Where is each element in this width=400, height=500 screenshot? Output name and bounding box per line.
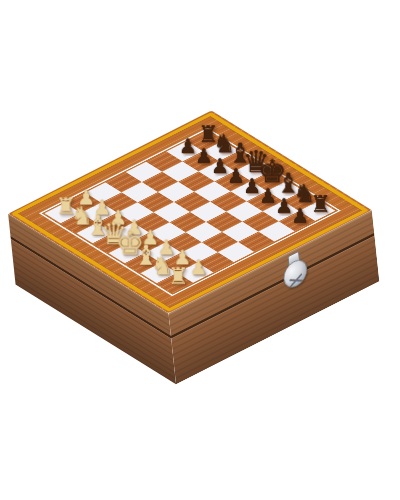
piece-black-king: ♚ (258, 155, 287, 187)
square-a7 (166, 141, 202, 161)
square-e7 (231, 181, 267, 201)
square-c4 (138, 192, 174, 212)
square-b7 (183, 151, 219, 171)
square-a6 (146, 151, 182, 171)
square-d8 (235, 161, 271, 181)
product-photo: ♜♟♞♟♝♟♛♟♚♟♟♜♝♟♟♞♞♟♟♝♜♟♟♛♟♚♟♝♟♞♟♜ (0, 0, 400, 500)
square-b8 (203, 141, 239, 161)
piece-black-knight: ♞ (213, 131, 235, 156)
square-a2 (65, 193, 101, 213)
piece-black-pawn: ♟ (259, 186, 277, 206)
piece-black-rook: ♜ (198, 123, 219, 146)
square-a3 (85, 182, 121, 202)
square-b5 (142, 172, 178, 192)
square-f8 (267, 181, 303, 201)
chess-box: ♜♟♞♟♝♟♛♟♚♟♟♜♝♟♟♞♞♟♟♝♜♟♟♛♟♚♟♝♟♞♟♜ (47, 69, 333, 355)
square-c5 (158, 182, 194, 202)
square-b3 (101, 192, 137, 212)
square-a4 (105, 172, 141, 192)
square-c8 (219, 151, 255, 171)
square-e8 (251, 171, 287, 191)
square-d6 (194, 181, 230, 201)
square-b2 (81, 203, 117, 223)
piece-black-bishop: ♝ (276, 170, 300, 197)
piece-white-pawn: ♟ (93, 198, 111, 218)
square-c7 (199, 161, 235, 181)
piece-black-pawn: ♟ (211, 156, 229, 176)
piece-white-pawn: ♟ (77, 188, 95, 208)
square-b4 (122, 182, 158, 202)
square-d5 (174, 192, 210, 212)
square-a8 (187, 131, 223, 151)
piece-black-queen: ♛ (243, 147, 270, 177)
round-metal-latch-icon (282, 249, 307, 293)
piece-black-pawn: ♟ (179, 136, 197, 156)
square-b6 (162, 161, 198, 181)
latch-disc (282, 255, 308, 292)
piece-black-pawn: ♟ (227, 166, 245, 186)
square-d7 (215, 171, 251, 191)
piece-black-bishop: ♝ (228, 140, 252, 167)
chess-box-3d: ♜♟♞♟♝♟♛♟♚♟♟♜♝♟♟♞♞♟♟♝♜♟♟♛♟♚♟♝♟♞♟♜ (8, 111, 372, 314)
square-c6 (178, 171, 214, 191)
piece-black-pawn: ♟ (243, 176, 261, 196)
square-a5 (126, 162, 162, 182)
piece-black-pawn: ♟ (195, 146, 213, 166)
